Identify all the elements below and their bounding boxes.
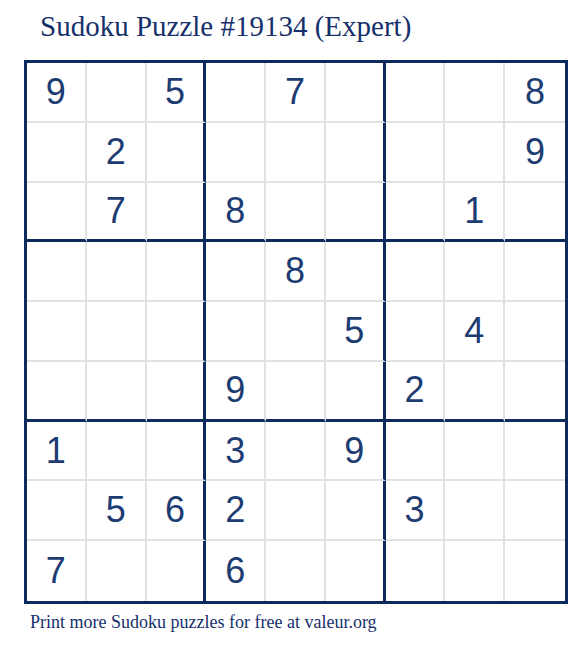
cell-r9c7[interactable] xyxy=(386,541,446,601)
cell-r2c9[interactable]: 9 xyxy=(505,123,565,183)
cell-r7c6[interactable]: 9 xyxy=(326,422,386,482)
cell-r2c5[interactable] xyxy=(266,123,326,183)
cell-r7c8[interactable] xyxy=(445,422,505,482)
cell-r4c3[interactable] xyxy=(147,242,207,302)
cell-r8c1[interactable] xyxy=(27,481,87,541)
cell-r3c7[interactable] xyxy=(386,183,446,243)
sudoku-board: 95782978185492139562376 xyxy=(24,60,568,604)
cell-r7c7[interactable] xyxy=(386,422,446,482)
cell-r6c2[interactable] xyxy=(87,362,147,422)
cell-r1c6[interactable] xyxy=(326,63,386,123)
cell-r9c1[interactable]: 7 xyxy=(27,541,87,601)
cell-r5c1[interactable] xyxy=(27,302,87,362)
cell-r4c7[interactable] xyxy=(386,242,446,302)
cell-r8c9[interactable] xyxy=(505,481,565,541)
cell-r5c9[interactable] xyxy=(505,302,565,362)
cell-r4c8[interactable] xyxy=(445,242,505,302)
cell-r7c9[interactable] xyxy=(505,422,565,482)
cell-r3c3[interactable] xyxy=(147,183,207,243)
cell-r4c4[interactable] xyxy=(206,242,266,302)
cell-r7c5[interactable] xyxy=(266,422,326,482)
cell-r6c1[interactable] xyxy=(27,362,87,422)
cell-r9c6[interactable] xyxy=(326,541,386,601)
cell-r1c9[interactable]: 8 xyxy=(505,63,565,123)
cell-r4c1[interactable] xyxy=(27,242,87,302)
cell-r5c3[interactable] xyxy=(147,302,207,362)
cell-r8c8[interactable] xyxy=(445,481,505,541)
cell-r3c8[interactable]: 1 xyxy=(445,183,505,243)
cell-r6c7[interactable]: 2 xyxy=(386,362,446,422)
cell-r2c3[interactable] xyxy=(147,123,207,183)
cell-r4c6[interactable] xyxy=(326,242,386,302)
cell-r2c7[interactable] xyxy=(386,123,446,183)
cell-r6c6[interactable] xyxy=(326,362,386,422)
cell-r5c5[interactable] xyxy=(266,302,326,362)
cell-r3c1[interactable] xyxy=(27,183,87,243)
cell-r6c9[interactable] xyxy=(505,362,565,422)
cell-r1c2[interactable] xyxy=(87,63,147,123)
cell-r5c6[interactable]: 5 xyxy=(326,302,386,362)
cell-r2c4[interactable] xyxy=(206,123,266,183)
cell-r7c4[interactable]: 3 xyxy=(206,422,266,482)
cell-r2c1[interactable] xyxy=(27,123,87,183)
cell-r1c3[interactable]: 5 xyxy=(147,63,207,123)
cell-r3c9[interactable] xyxy=(505,183,565,243)
cell-r5c4[interactable] xyxy=(206,302,266,362)
cell-r7c3[interactable] xyxy=(147,422,207,482)
cell-r2c6[interactable] xyxy=(326,123,386,183)
cell-r9c3[interactable] xyxy=(147,541,207,601)
cell-r1c1[interactable]: 9 xyxy=(27,63,87,123)
sudoku-page: Sudoku Puzzle #19134 (Expert) 9578297818… xyxy=(0,0,580,651)
cell-r9c9[interactable] xyxy=(505,541,565,601)
cell-r8c6[interactable] xyxy=(326,481,386,541)
cell-r1c8[interactable] xyxy=(445,63,505,123)
cell-r8c3[interactable]: 6 xyxy=(147,481,207,541)
cell-r4c5[interactable]: 8 xyxy=(266,242,326,302)
cell-r8c5[interactable] xyxy=(266,481,326,541)
cell-r5c7[interactable] xyxy=(386,302,446,362)
page-title: Sudoku Puzzle #19134 (Expert) xyxy=(40,10,411,43)
cell-r3c4[interactable]: 8 xyxy=(206,183,266,243)
cell-r8c2[interactable]: 5 xyxy=(87,481,147,541)
cell-r8c7[interactable]: 3 xyxy=(386,481,446,541)
cell-r9c5[interactable] xyxy=(266,541,326,601)
cell-r9c2[interactable] xyxy=(87,541,147,601)
cell-r9c8[interactable] xyxy=(445,541,505,601)
cell-r1c4[interactable] xyxy=(206,63,266,123)
cell-r8c4[interactable]: 2 xyxy=(206,481,266,541)
cell-r4c2[interactable] xyxy=(87,242,147,302)
cell-r6c5[interactable] xyxy=(266,362,326,422)
cell-r7c1[interactable]: 1 xyxy=(27,422,87,482)
cell-r9c4[interactable]: 6 xyxy=(206,541,266,601)
cell-r3c2[interactable]: 7 xyxy=(87,183,147,243)
cell-r1c5[interactable]: 7 xyxy=(266,63,326,123)
cell-r1c7[interactable] xyxy=(386,63,446,123)
cell-r6c4[interactable]: 9 xyxy=(206,362,266,422)
cell-r6c3[interactable] xyxy=(147,362,207,422)
cell-r5c2[interactable] xyxy=(87,302,147,362)
cell-r4c9[interactable] xyxy=(505,242,565,302)
footer-text: Print more Sudoku puzzles for free at va… xyxy=(30,612,377,633)
cell-r7c2[interactable] xyxy=(87,422,147,482)
cell-r5c8[interactable]: 4 xyxy=(445,302,505,362)
cell-r3c6[interactable] xyxy=(326,183,386,243)
cell-r6c8[interactable] xyxy=(445,362,505,422)
cell-r2c8[interactable] xyxy=(445,123,505,183)
cell-r2c2[interactable]: 2 xyxy=(87,123,147,183)
cell-r3c5[interactable] xyxy=(266,183,326,243)
